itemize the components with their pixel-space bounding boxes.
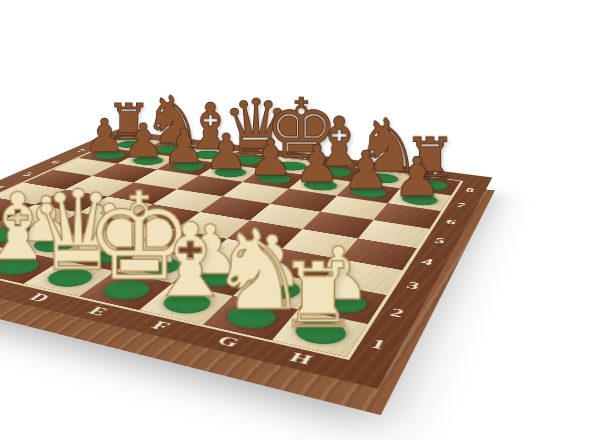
- square-h6: [374, 203, 441, 228]
- black-pawn-glyph: ♟: [160, 123, 206, 169]
- black-pawn-glyph: ♟: [292, 139, 342, 188]
- black-pawn-glyph: ♟: [120, 118, 165, 163]
- black-pawn-glyph: ♟: [202, 128, 250, 175]
- square-h7: ♟: [388, 188, 451, 211]
- black-pawn-glyph: ♟: [246, 134, 295, 182]
- white-knight-glyph: ♞: [208, 218, 281, 324]
- white-king-glyph: ♚: [85, 180, 154, 296]
- white-rook-glyph: ♜: [277, 253, 353, 339]
- piece-black-pawn: ♟: [388, 188, 451, 211]
- black-pawn-glyph: ♟: [391, 151, 443, 203]
- white-bishop-glyph: ♝: [144, 212, 215, 309]
- chess-set-photo: ABCDEFGH ABCDEFGH 87654321 87654321 ♜♞♝♛…: [0, 0, 600, 440]
- black-pawn-glyph: ♟: [340, 145, 391, 195]
- board-frame: ABCDEFGH ABCDEFGH 87654321 87654321 ♜♞♝♛…: [0, 129, 492, 388]
